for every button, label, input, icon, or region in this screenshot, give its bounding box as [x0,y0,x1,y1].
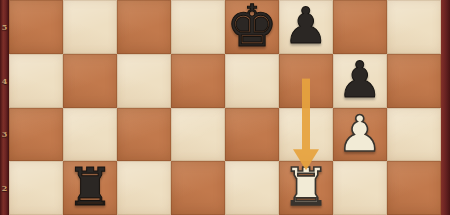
square-c5[interactable] [117,0,171,54]
square-g2[interactable] [333,161,387,215]
square-d4[interactable] [171,54,225,108]
square-f3[interactable] [279,108,333,162]
square-b3[interactable] [63,108,117,162]
square-h3[interactable] [387,108,441,162]
square-g3[interactable]: ♟ [333,108,387,162]
square-b2[interactable]: ♜ [63,161,117,215]
square-a3[interactable] [9,108,63,162]
rank-label-4: 4 [0,76,9,86]
black-pawn-f5[interactable]: ♟ [284,0,329,54]
white-pawn-g3[interactable]: ♟ [338,108,383,162]
black-king-e5[interactable]: ♚ [226,0,278,54]
square-h2[interactable] [387,161,441,215]
rank-label-2: 2 [0,183,9,193]
chessboard-screenshot: ♚♟♟♟♜♜ 5432 [0,0,450,215]
square-c3[interactable] [117,108,171,162]
square-b4[interactable] [63,54,117,108]
square-e2[interactable] [225,161,279,215]
square-d2[interactable] [171,161,225,215]
square-h4[interactable] [387,54,441,108]
white-rook-f2[interactable]: ♜ [283,161,330,215]
rank-label-5: 5 [0,22,9,32]
square-b5[interactable] [63,0,117,54]
square-h5[interactable] [387,0,441,54]
board-frame-right [441,0,450,215]
square-c2[interactable] [117,161,171,215]
square-c4[interactable] [117,54,171,108]
square-a5[interactable] [9,0,63,54]
square-e3[interactable] [225,108,279,162]
square-d5[interactable] [171,0,225,54]
square-d3[interactable] [171,108,225,162]
square-g5[interactable] [333,0,387,54]
square-f5[interactable]: ♟ [279,0,333,54]
black-rook-b2[interactable]: ♜ [67,161,114,215]
board: ♚♟♟♟♜♜ [9,0,441,215]
square-a4[interactable] [9,54,63,108]
square-f4[interactable] [279,54,333,108]
square-a2[interactable] [9,161,63,215]
square-e5[interactable]: ♚ [225,0,279,54]
square-e4[interactable] [225,54,279,108]
square-f2[interactable]: ♜ [279,161,333,215]
rank-label-3: 3 [0,129,9,139]
square-g4[interactable]: ♟ [333,54,387,108]
black-pawn-g4[interactable]: ♟ [338,54,383,108]
